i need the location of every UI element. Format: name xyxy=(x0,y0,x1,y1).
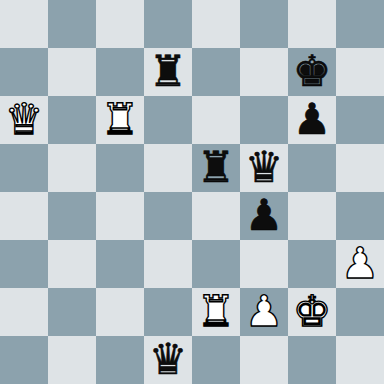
square-c7[interactable] xyxy=(96,48,144,96)
square-b5[interactable] xyxy=(48,144,96,192)
piece-white-rook[interactable]: ♜ xyxy=(101,95,140,143)
square-f1[interactable] xyxy=(240,336,288,384)
square-a1[interactable] xyxy=(0,336,48,384)
piece-black-rook[interactable]: ♜ xyxy=(197,143,236,191)
piece-white-king[interactable]: ♚ xyxy=(293,287,332,335)
square-b3[interactable] xyxy=(48,240,96,288)
square-h3[interactable]: ♟ xyxy=(336,240,384,288)
piece-black-rook[interactable]: ♜ xyxy=(149,47,188,95)
piece-white-pawn[interactable]: ♟ xyxy=(341,239,380,287)
square-f5[interactable]: ♛ xyxy=(240,144,288,192)
square-g1[interactable] xyxy=(288,336,336,384)
square-c6[interactable]: ♜ xyxy=(96,96,144,144)
square-e1[interactable] xyxy=(192,336,240,384)
square-c4[interactable] xyxy=(96,192,144,240)
square-b4[interactable] xyxy=(48,192,96,240)
square-f6[interactable] xyxy=(240,96,288,144)
square-d3[interactable] xyxy=(144,240,192,288)
square-d4[interactable] xyxy=(144,192,192,240)
piece-black-pawn[interactable]: ♟ xyxy=(245,191,284,239)
square-c3[interactable] xyxy=(96,240,144,288)
square-b8[interactable] xyxy=(48,0,96,48)
square-e3[interactable] xyxy=(192,240,240,288)
square-g2[interactable]: ♚ xyxy=(288,288,336,336)
piece-white-rook[interactable]: ♜ xyxy=(197,287,236,335)
square-d6[interactable] xyxy=(144,96,192,144)
square-d1[interactable]: ♛ xyxy=(144,336,192,384)
piece-white-pawn[interactable]: ♟ xyxy=(245,287,284,335)
square-a5[interactable] xyxy=(0,144,48,192)
square-a7[interactable] xyxy=(0,48,48,96)
square-g6[interactable]: ♟ xyxy=(288,96,336,144)
square-g7[interactable]: ♚ xyxy=(288,48,336,96)
piece-black-queen[interactable]: ♛ xyxy=(149,335,188,383)
piece-black-queen[interactable]: ♛ xyxy=(245,143,284,191)
square-h7[interactable] xyxy=(336,48,384,96)
square-e6[interactable] xyxy=(192,96,240,144)
square-f4[interactable]: ♟ xyxy=(240,192,288,240)
square-f7[interactable] xyxy=(240,48,288,96)
square-h4[interactable] xyxy=(336,192,384,240)
square-h8[interactable] xyxy=(336,0,384,48)
square-f3[interactable] xyxy=(240,240,288,288)
square-e7[interactable] xyxy=(192,48,240,96)
square-a2[interactable] xyxy=(0,288,48,336)
square-e8[interactable] xyxy=(192,0,240,48)
square-h6[interactable] xyxy=(336,96,384,144)
square-b7[interactable] xyxy=(48,48,96,96)
square-e4[interactable] xyxy=(192,192,240,240)
piece-white-queen[interactable]: ♛ xyxy=(5,95,44,143)
square-g4[interactable] xyxy=(288,192,336,240)
square-g3[interactable] xyxy=(288,240,336,288)
square-b6[interactable] xyxy=(48,96,96,144)
square-c1[interactable] xyxy=(96,336,144,384)
square-e5[interactable]: ♜ xyxy=(192,144,240,192)
square-e2[interactable]: ♜ xyxy=(192,288,240,336)
square-h2[interactable] xyxy=(336,288,384,336)
square-c8[interactable] xyxy=(96,0,144,48)
square-d2[interactable] xyxy=(144,288,192,336)
square-f8[interactable] xyxy=(240,0,288,48)
piece-black-pawn[interactable]: ♟ xyxy=(293,95,332,143)
square-d5[interactable] xyxy=(144,144,192,192)
square-a4[interactable] xyxy=(0,192,48,240)
square-b2[interactable] xyxy=(48,288,96,336)
square-h5[interactable] xyxy=(336,144,384,192)
square-f2[interactable]: ♟ xyxy=(240,288,288,336)
square-g8[interactable] xyxy=(288,0,336,48)
square-a8[interactable] xyxy=(0,0,48,48)
square-c2[interactable] xyxy=(96,288,144,336)
square-h1[interactable] xyxy=(336,336,384,384)
chess-board: ♜♚♛♜♟♜♛♟♟♜♟♚♛ xyxy=(0,0,384,384)
square-d7[interactable]: ♜ xyxy=(144,48,192,96)
square-a6[interactable]: ♛ xyxy=(0,96,48,144)
square-d8[interactable] xyxy=(144,0,192,48)
square-b1[interactable] xyxy=(48,336,96,384)
square-a3[interactable] xyxy=(0,240,48,288)
piece-black-king[interactable]: ♚ xyxy=(293,47,332,95)
square-c5[interactable] xyxy=(96,144,144,192)
square-g5[interactable] xyxy=(288,144,336,192)
